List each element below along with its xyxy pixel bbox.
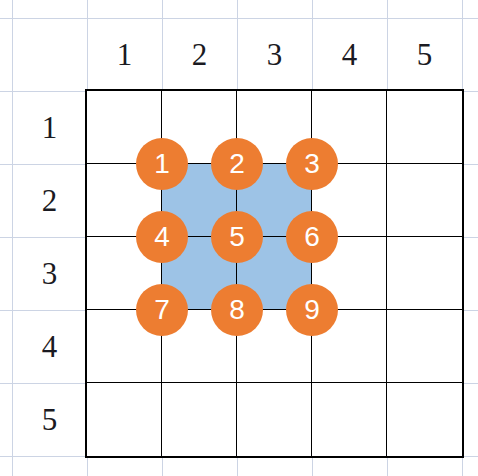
intersection-marker-1[interactable]: 1: [136, 138, 188, 190]
intersection-marker-8[interactable]: 8: [211, 284, 263, 336]
intersection-marker-9[interactable]: 9: [286, 284, 338, 336]
intersection-marker-4[interactable]: 4: [136, 211, 188, 263]
intersection-marker-5[interactable]: 5: [211, 211, 263, 263]
intersection-markers-layer: 123456789: [0, 0, 478, 476]
intersection-marker-7[interactable]: 7: [136, 284, 188, 336]
worksheet-diagram: 12345 12345 123456789: [0, 0, 478, 476]
intersection-marker-2[interactable]: 2: [211, 138, 263, 190]
intersection-marker-3[interactable]: 3: [286, 138, 338, 190]
intersection-marker-6[interactable]: 6: [286, 211, 338, 263]
